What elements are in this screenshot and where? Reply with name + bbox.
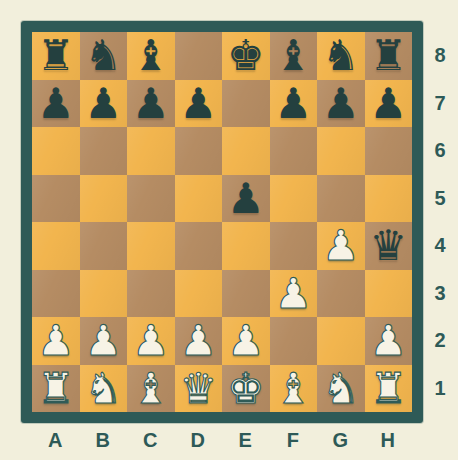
square-b6[interactable] [80, 127, 128, 175]
square-a8[interactable]: ♜ [32, 32, 80, 80]
square-a7[interactable]: ♟ [32, 80, 80, 128]
square-d2[interactable]: ♟ [175, 317, 223, 365]
rank-label-5: 5 [427, 175, 453, 223]
black-queen[interactable]: ♛ [369, 222, 407, 269]
square-e4[interactable] [222, 222, 270, 270]
white-pawn[interactable]: ♟ [369, 317, 407, 364]
square-h5[interactable] [365, 175, 413, 223]
square-e7[interactable] [222, 80, 270, 128]
file-label-e: E [222, 424, 270, 456]
square-d5[interactable] [175, 175, 223, 223]
square-d1[interactable]: ♛ [175, 365, 223, 413]
file-labels: ABCDEFGH [32, 424, 412, 456]
square-c5[interactable] [127, 175, 175, 223]
square-d6[interactable] [175, 127, 223, 175]
file-label-a: A [32, 424, 80, 456]
square-b2[interactable]: ♟ [80, 317, 128, 365]
black-bishop[interactable]: ♝ [132, 32, 170, 79]
square-h3[interactable] [365, 270, 413, 318]
square-c8[interactable]: ♝ [127, 32, 175, 80]
white-pawn[interactable]: ♟ [84, 317, 122, 364]
rank-label-1: 1 [427, 365, 453, 413]
square-e5[interactable]: ♟ [222, 175, 270, 223]
square-e1[interactable]: ♚ [222, 365, 270, 413]
rank-label-4: 4 [427, 222, 453, 270]
square-h2[interactable]: ♟ [365, 317, 413, 365]
white-king[interactable]: ♚ [227, 365, 265, 412]
square-f5[interactable] [270, 175, 318, 223]
square-g6[interactable] [317, 127, 365, 175]
square-f2[interactable] [270, 317, 318, 365]
square-a6[interactable] [32, 127, 80, 175]
white-pawn[interactable]: ♟ [132, 317, 170, 364]
file-label-h: H [365, 424, 413, 456]
rank-label-8: 8 [427, 32, 453, 80]
black-pawn[interactable]: ♟ [179, 80, 217, 127]
square-g5[interactable] [317, 175, 365, 223]
square-f7[interactable]: ♟ [270, 80, 318, 128]
rank-label-6: 6 [427, 127, 453, 175]
square-g8[interactable]: ♞ [317, 32, 365, 80]
square-c7[interactable]: ♟ [127, 80, 175, 128]
square-c6[interactable] [127, 127, 175, 175]
file-label-f: F [270, 424, 318, 456]
square-d7[interactable]: ♟ [175, 80, 223, 128]
square-h1[interactable]: ♜ [365, 365, 413, 413]
square-a3[interactable] [32, 270, 80, 318]
square-d8[interactable] [175, 32, 223, 80]
rank-label-3: 3 [427, 270, 453, 318]
square-g7[interactable]: ♟ [317, 80, 365, 128]
square-b7[interactable]: ♟ [80, 80, 128, 128]
white-pawn[interactable]: ♟ [274, 270, 312, 317]
square-d4[interactable] [175, 222, 223, 270]
square-h8[interactable]: ♜ [365, 32, 413, 80]
black-knight[interactable]: ♞ [322, 32, 360, 79]
white-rook[interactable]: ♜ [369, 365, 407, 412]
square-e3[interactable] [222, 270, 270, 318]
black-bishop[interactable]: ♝ [274, 32, 312, 79]
white-queen[interactable]: ♛ [179, 365, 217, 412]
white-knight[interactable]: ♞ [84, 365, 122, 412]
square-a2[interactable]: ♟ [32, 317, 80, 365]
white-pawn[interactable]: ♟ [179, 317, 217, 364]
square-h4[interactable]: ♛ [365, 222, 413, 270]
square-f3[interactable]: ♟ [270, 270, 318, 318]
rank-labels: 87654321 [427, 32, 453, 412]
chess-board: ♜♞♝♚♝♞♜♟♟♟♟♟♟♟♟♟♛♟♟♟♟♟♟♟♜♞♝♛♚♝♞♜ [32, 32, 412, 412]
black-pawn[interactable]: ♟ [322, 80, 360, 127]
square-c2[interactable]: ♟ [127, 317, 175, 365]
white-knight[interactable]: ♞ [322, 365, 360, 412]
square-b5[interactable] [80, 175, 128, 223]
square-a5[interactable] [32, 175, 80, 223]
file-label-c: C [127, 424, 175, 456]
black-rook[interactable]: ♜ [369, 32, 407, 79]
square-g4[interactable]: ♟ [317, 222, 365, 270]
file-label-g: G [317, 424, 365, 456]
square-e8[interactable]: ♚ [222, 32, 270, 80]
square-e2[interactable]: ♟ [222, 317, 270, 365]
black-rook[interactable]: ♜ [37, 32, 75, 79]
square-c3[interactable] [127, 270, 175, 318]
square-g3[interactable] [317, 270, 365, 318]
black-pawn[interactable]: ♟ [274, 80, 312, 127]
square-f1[interactable]: ♝ [270, 365, 318, 413]
square-c4[interactable] [127, 222, 175, 270]
white-pawn[interactable]: ♟ [227, 317, 265, 364]
square-c1[interactable]: ♝ [127, 365, 175, 413]
black-pawn[interactable]: ♟ [37, 80, 75, 127]
square-b8[interactable]: ♞ [80, 32, 128, 80]
square-g1[interactable]: ♞ [317, 365, 365, 413]
chess-illustration: ♜♞♝♚♝♞♜♟♟♟♟♟♟♟♟♟♛♟♟♟♟♟♟♟♜♞♝♛♚♝♞♜ 8765432… [0, 0, 458, 460]
square-g2[interactable] [317, 317, 365, 365]
square-h6[interactable] [365, 127, 413, 175]
square-a1[interactable]: ♜ [32, 365, 80, 413]
black-pawn[interactable]: ♟ [132, 80, 170, 127]
square-b3[interactable] [80, 270, 128, 318]
square-e6[interactable] [222, 127, 270, 175]
square-a4[interactable] [32, 222, 80, 270]
white-bishop[interactable]: ♝ [274, 365, 312, 412]
black-pawn[interactable]: ♟ [227, 175, 265, 222]
rank-label-2: 2 [427, 317, 453, 365]
square-f8[interactable]: ♝ [270, 32, 318, 80]
white-bishop[interactable]: ♝ [132, 365, 170, 412]
white-rook[interactable]: ♜ [37, 365, 75, 412]
square-h7[interactable]: ♟ [365, 80, 413, 128]
file-label-b: B [80, 424, 128, 456]
white-pawn[interactable]: ♟ [37, 317, 75, 364]
black-knight[interactable]: ♞ [84, 32, 122, 79]
white-pawn[interactable]: ♟ [322, 222, 360, 269]
black-pawn[interactable]: ♟ [369, 80, 407, 127]
square-b4[interactable] [80, 222, 128, 270]
file-label-d: D [175, 424, 223, 456]
rank-label-7: 7 [427, 80, 453, 128]
square-f6[interactable] [270, 127, 318, 175]
square-f4[interactable] [270, 222, 318, 270]
chess-board-frame: ♜♞♝♚♝♞♜♟♟♟♟♟♟♟♟♟♛♟♟♟♟♟♟♟♜♞♝♛♚♝♞♜ [21, 21, 423, 423]
square-d3[interactable] [175, 270, 223, 318]
square-b1[interactable]: ♞ [80, 365, 128, 413]
black-king[interactable]: ♚ [227, 32, 265, 79]
black-pawn[interactable]: ♟ [84, 80, 122, 127]
